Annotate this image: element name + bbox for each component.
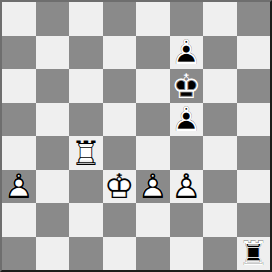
square-e2[interactable] (136, 203, 170, 237)
square-d8[interactable] (103, 2, 137, 36)
square-f8[interactable] (170, 2, 204, 36)
square-c8[interactable] (69, 2, 103, 36)
square-h1[interactable]: ♜♖ (237, 237, 271, 271)
square-h5[interactable] (237, 103, 271, 137)
square-c3[interactable] (69, 170, 103, 204)
piece-outline-layer: ♔ (170, 69, 204, 103)
square-d1[interactable] (103, 237, 137, 271)
square-g2[interactable] (203, 203, 237, 237)
square-a5[interactable] (2, 103, 36, 137)
square-c6[interactable] (69, 69, 103, 103)
square-b1[interactable] (36, 237, 70, 271)
square-a6[interactable] (2, 69, 36, 103)
square-h7[interactable] (237, 36, 271, 70)
square-f1[interactable] (170, 237, 204, 271)
piece-outline-layer: ♙ (170, 36, 204, 70)
square-g6[interactable] (203, 69, 237, 103)
square-g7[interactable] (203, 36, 237, 70)
square-h4[interactable] (237, 136, 271, 170)
square-d3[interactable]: ♚♔ (103, 170, 137, 204)
piece-fill-layer: ♟ (170, 170, 204, 204)
piece-outline-layer: ♙ (2, 170, 36, 204)
square-e7[interactable] (136, 36, 170, 70)
piece-fill-layer: ♟ (170, 103, 204, 137)
square-e4[interactable] (136, 136, 170, 170)
square-a1[interactable] (2, 237, 36, 271)
square-g3[interactable] (203, 170, 237, 204)
square-a2[interactable] (2, 203, 36, 237)
square-a3[interactable]: ♟♙ (2, 170, 36, 204)
white-pawn[interactable]: ♟♙ (170, 170, 204, 204)
square-c7[interactable] (69, 36, 103, 70)
piece-fill-layer: ♟ (136, 170, 170, 204)
piece-fill-layer: ♟ (2, 170, 36, 204)
white-pawn[interactable]: ♟♙ (136, 170, 170, 204)
piece-outline-layer: ♙ (136, 170, 170, 204)
black-pawn[interactable]: ♟♙ (170, 36, 204, 70)
square-g1[interactable] (203, 237, 237, 271)
square-e5[interactable] (136, 103, 170, 137)
piece-outline-layer: ♖ (237, 237, 271, 271)
square-h3[interactable] (237, 170, 271, 204)
square-d4[interactable] (103, 136, 137, 170)
square-b5[interactable] (36, 103, 70, 137)
square-f7[interactable]: ♟♙ (170, 36, 204, 70)
square-h2[interactable] (237, 203, 271, 237)
square-c1[interactable] (69, 237, 103, 271)
square-b6[interactable] (36, 69, 70, 103)
square-e3[interactable]: ♟♙ (136, 170, 170, 204)
square-b8[interactable] (36, 2, 70, 36)
square-h8[interactable] (237, 2, 271, 36)
square-h6[interactable] (237, 69, 271, 103)
square-b7[interactable] (36, 36, 70, 70)
white-rook[interactable]: ♜♖ (69, 136, 103, 170)
square-f4[interactable] (170, 136, 204, 170)
square-g5[interactable] (203, 103, 237, 137)
black-rook[interactable]: ♜♖ (237, 237, 271, 271)
square-a4[interactable] (2, 136, 36, 170)
piece-outline-layer: ♙ (170, 103, 204, 137)
square-b2[interactable] (36, 203, 70, 237)
square-f3[interactable]: ♟♙ (170, 170, 204, 204)
square-g8[interactable] (203, 2, 237, 36)
piece-fill-layer: ♜ (69, 136, 103, 170)
square-c4[interactable]: ♜♖ (69, 136, 103, 170)
black-king[interactable]: ♚♔ (170, 69, 204, 103)
square-b3[interactable] (36, 170, 70, 204)
piece-fill-layer: ♚ (170, 69, 204, 103)
square-e8[interactable] (136, 2, 170, 36)
white-pawn[interactable]: ♟♙ (2, 170, 36, 204)
square-d6[interactable] (103, 69, 137, 103)
white-king[interactable]: ♚♔ (103, 170, 137, 204)
square-g4[interactable] (203, 136, 237, 170)
black-pawn[interactable]: ♟♙ (170, 103, 204, 137)
square-d7[interactable] (103, 36, 137, 70)
piece-fill-layer: ♟ (170, 36, 204, 70)
square-e1[interactable] (136, 237, 170, 271)
square-f5[interactable]: ♟♙ (170, 103, 204, 137)
square-d2[interactable] (103, 203, 137, 237)
square-c2[interactable] (69, 203, 103, 237)
square-f2[interactable] (170, 203, 204, 237)
square-e6[interactable] (136, 69, 170, 103)
piece-outline-layer: ♔ (103, 170, 137, 204)
square-c5[interactable] (69, 103, 103, 137)
square-a7[interactable] (2, 36, 36, 70)
square-d5[interactable] (103, 103, 137, 137)
piece-fill-layer: ♜ (237, 237, 271, 271)
piece-outline-layer: ♖ (69, 136, 103, 170)
square-b4[interactable] (36, 136, 70, 170)
square-f6[interactable]: ♚♔ (170, 69, 204, 103)
piece-fill-layer: ♚ (103, 170, 137, 204)
chess-board: ♟♙♚♔♟♙♜♖♟♙♚♔♟♙♟♙♜♖ (0, 0, 272, 272)
piece-outline-layer: ♙ (170, 170, 204, 204)
square-a8[interactable] (2, 2, 36, 36)
